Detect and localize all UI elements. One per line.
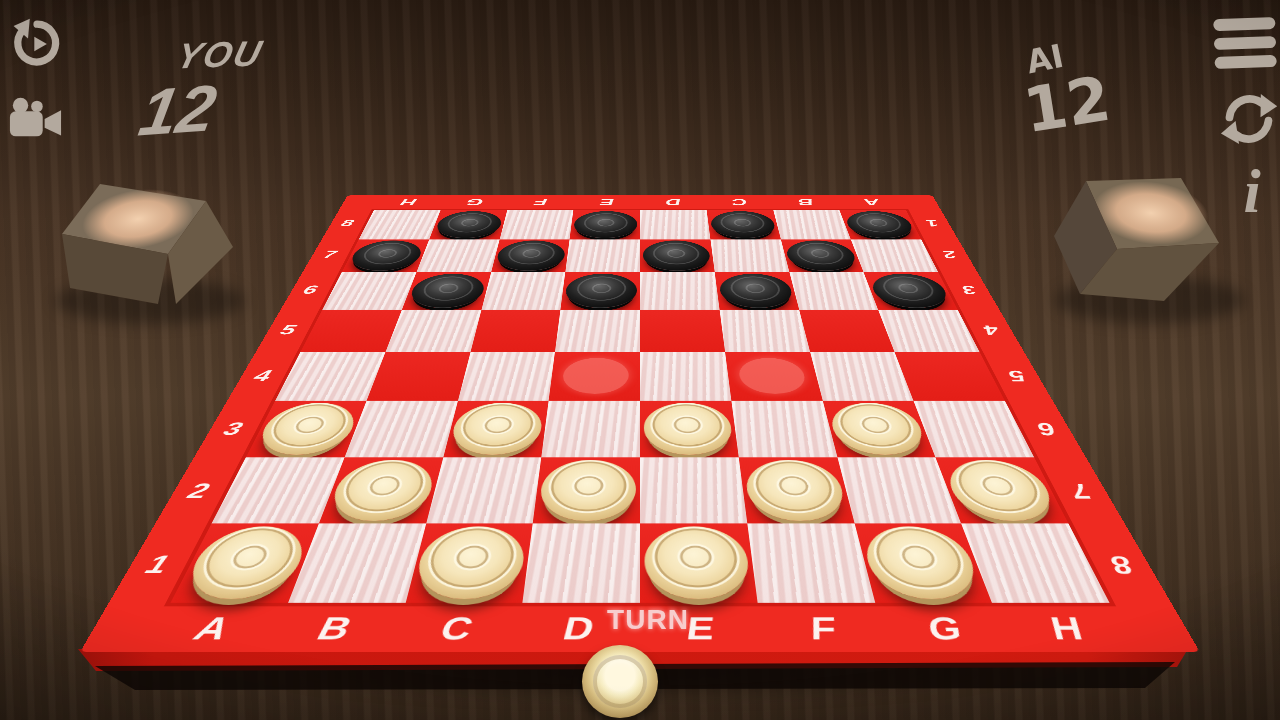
turn-label: TURN [568,604,728,636]
hud-overlay: YOU 12 AI 12 i TURN [0,0,1280,720]
turn-indicator-piece [582,645,658,718]
video-camera-icon[interactable] [8,96,62,142]
menu-icon[interactable] [1211,15,1279,71]
wood-table-background: HGFEDCBA ABCDEFGH 87654321 12345678 [0,0,1280,720]
restart-icon[interactable] [10,18,64,70]
refresh-icon[interactable] [1218,86,1280,152]
player-score-value: 12 [100,67,256,153]
info-icon[interactable]: i [1230,156,1274,226]
